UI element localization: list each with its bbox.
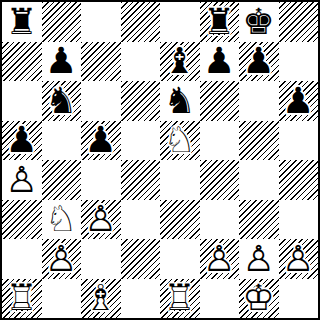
square-g2[interactable]: ♟♙: [239, 239, 279, 279]
square-a8[interactable]: ♜♜: [2, 2, 42, 42]
square-b5[interactable]: [42, 121, 82, 161]
square-f6[interactable]: [200, 81, 240, 121]
square-g6[interactable]: [239, 81, 279, 121]
piece-black-pawn-icon: ♟: [239, 42, 279, 82]
piece-white-knight-icon: ♘: [160, 121, 200, 161]
square-h8[interactable]: [279, 2, 319, 42]
square-h5[interactable]: [279, 121, 319, 161]
piece-black-king-icon: ♚: [239, 2, 279, 42]
square-g5[interactable]: [239, 121, 279, 161]
square-h1[interactable]: [279, 279, 319, 319]
square-e4[interactable]: [160, 160, 200, 200]
square-g8[interactable]: ♚♚: [239, 2, 279, 42]
square-d3[interactable]: [121, 200, 161, 240]
chess-board: ♜♜♜♜♚♚♟♟♝♝♟♟♟♟♞♞♞♞♟♟♟♟♟♟♞♘♟♙♞♘♟♙♟♙♟♙♟♙♟♙…: [0, 0, 320, 320]
square-d1[interactable]: [121, 279, 161, 319]
piece-white-king-icon: ♔: [239, 279, 279, 319]
piece-white-knight-icon: ♘: [42, 200, 82, 240]
square-a6[interactable]: [2, 81, 42, 121]
square-a4[interactable]: ♟♙: [2, 160, 42, 200]
square-d4[interactable]: [121, 160, 161, 200]
square-e1[interactable]: ♜♖: [160, 279, 200, 319]
square-h7[interactable]: [279, 42, 319, 82]
piece-black-bishop-icon: ♝: [160, 42, 200, 82]
piece-black-pawn-icon: ♟: [81, 121, 121, 161]
piece-black-pawn-icon: ♟: [42, 42, 82, 82]
square-c7[interactable]: [81, 42, 121, 82]
piece-white-pawn-icon: ♙: [200, 239, 240, 279]
square-b2[interactable]: ♟♙: [42, 239, 82, 279]
square-f2[interactable]: ♟♙: [200, 239, 240, 279]
square-h6[interactable]: ♟♟: [279, 81, 319, 121]
piece-white-pawn-icon: ♙: [279, 239, 319, 279]
square-e7[interactable]: ♝♝: [160, 42, 200, 82]
square-b6[interactable]: ♞♞: [42, 81, 82, 121]
piece-white-rook-icon: ♖: [160, 279, 200, 319]
square-e2[interactable]: [160, 239, 200, 279]
square-a2[interactable]: [2, 239, 42, 279]
square-h4[interactable]: [279, 160, 319, 200]
piece-black-pawn-icon: ♟: [279, 81, 319, 121]
square-c5[interactable]: ♟♟: [81, 121, 121, 161]
square-d8[interactable]: [121, 2, 161, 42]
square-g4[interactable]: [239, 160, 279, 200]
square-c1[interactable]: ♝♗: [81, 279, 121, 319]
piece-black-knight-icon: ♞: [42, 81, 82, 121]
piece-black-pawn-icon: ♟: [2, 121, 42, 161]
square-a7[interactable]: [2, 42, 42, 82]
square-d6[interactable]: [121, 81, 161, 121]
square-f1[interactable]: [200, 279, 240, 319]
square-d5[interactable]: [121, 121, 161, 161]
square-b7[interactable]: ♟♟: [42, 42, 82, 82]
square-e3[interactable]: [160, 200, 200, 240]
square-a5[interactable]: ♟♟: [2, 121, 42, 161]
square-b1[interactable]: [42, 279, 82, 319]
piece-black-pawn-icon: ♟: [200, 42, 240, 82]
square-c3[interactable]: ♟♙: [81, 200, 121, 240]
piece-white-pawn-icon: ♙: [2, 160, 42, 200]
square-h3[interactable]: [279, 200, 319, 240]
piece-black-rook-icon: ♜: [2, 2, 42, 42]
square-e5[interactable]: ♞♘: [160, 121, 200, 161]
square-g1[interactable]: ♚♔: [239, 279, 279, 319]
square-e6[interactable]: ♞♞: [160, 81, 200, 121]
square-c2[interactable]: [81, 239, 121, 279]
square-b3[interactable]: ♞♘: [42, 200, 82, 240]
piece-white-pawn-icon: ♙: [81, 200, 121, 240]
piece-white-bishop-icon: ♗: [81, 279, 121, 319]
square-a3[interactable]: [2, 200, 42, 240]
square-c6[interactable]: [81, 81, 121, 121]
square-g7[interactable]: ♟♟: [239, 42, 279, 82]
square-c8[interactable]: [81, 2, 121, 42]
square-f4[interactable]: [200, 160, 240, 200]
square-b4[interactable]: [42, 160, 82, 200]
square-e8[interactable]: [160, 2, 200, 42]
square-a1[interactable]: ♜♖: [2, 279, 42, 319]
square-c4[interactable]: [81, 160, 121, 200]
piece-white-rook-icon: ♖: [2, 279, 42, 319]
square-f5[interactable]: [200, 121, 240, 161]
square-f8[interactable]: ♜♜: [200, 2, 240, 42]
square-f7[interactable]: ♟♟: [200, 42, 240, 82]
square-d2[interactable]: [121, 239, 161, 279]
piece-black-rook-icon: ♜: [200, 2, 240, 42]
square-h2[interactable]: ♟♙: [279, 239, 319, 279]
square-b8[interactable]: [42, 2, 82, 42]
square-d7[interactable]: [121, 42, 161, 82]
piece-white-pawn-icon: ♙: [239, 239, 279, 279]
piece-white-pawn-icon: ♙: [42, 239, 82, 279]
piece-black-knight-icon: ♞: [160, 81, 200, 121]
square-g3[interactable]: [239, 200, 279, 240]
square-f3[interactable]: [200, 200, 240, 240]
